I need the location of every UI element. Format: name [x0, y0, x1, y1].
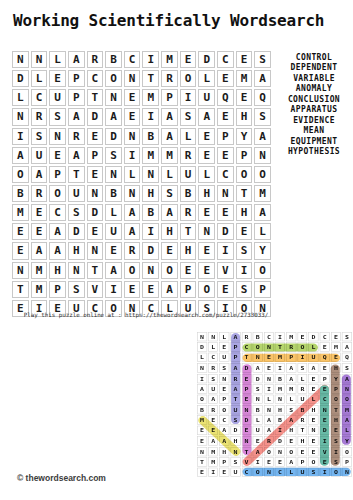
- grid-cell-r3c11: U: [198, 89, 215, 106]
- grid-cell-r3c10: I: [180, 89, 197, 106]
- grid-cell-r7c1: O: [197, 395, 207, 404]
- grid-cell-r9c12: E: [217, 204, 234, 221]
- grid-cell-r12c8: N: [142, 262, 159, 279]
- grid-cell-r11c1: E: [12, 242, 29, 259]
- grid-cell-r1c8: I: [275, 332, 285, 341]
- grid-cell-r1c6: B: [105, 51, 122, 68]
- grid-cell-r13c4: S: [68, 281, 85, 298]
- word-item-dependent: DEPENDENT: [277, 63, 351, 73]
- grid-cell-r3c7: E: [124, 89, 141, 106]
- grid-cell-r4c11: A: [309, 363, 319, 372]
- grid-cell-r5c13: Y: [236, 128, 253, 145]
- grid-cell-r10c5: E: [242, 426, 252, 435]
- grid-cell-r9c12: E: [320, 415, 330, 424]
- grid-cell-r11c4: H: [230, 436, 240, 445]
- grid-cell-r13c14: P: [254, 281, 271, 298]
- grid-cell-r4c6: A: [253, 363, 263, 372]
- grid-cell-r11c3: A: [219, 436, 229, 445]
- grid-cell-r9c8: B: [275, 415, 285, 424]
- grid-cell-r2c7: N: [124, 70, 141, 87]
- grid-cell-r10c1: E: [12, 223, 29, 240]
- grid-cell-r5c2: S: [31, 128, 48, 145]
- grid-cell-r8c6: B: [253, 405, 263, 414]
- grid-cell-r9c1: M: [197, 415, 207, 424]
- grid-cell-r13c2: M: [208, 457, 218, 466]
- grid-cell-r14c6: O: [253, 468, 263, 477]
- grid-cell-r3c14: Q: [254, 89, 271, 106]
- grid-cell-r5c9: A: [161, 128, 178, 145]
- grid-cell-r4c6: A: [105, 108, 122, 125]
- grid-cell-r9c11: E: [309, 415, 319, 424]
- grid-cell-r13c11: O: [309, 457, 319, 466]
- grid-cell-r4c8: I: [275, 363, 285, 372]
- grid-cell-r3c2: C: [31, 89, 48, 106]
- grid-cell-r10c7: A: [264, 426, 274, 435]
- grid-cell-r13c3: P: [49, 281, 66, 298]
- grid-cell-r1c6: B: [253, 332, 263, 341]
- grid-cell-r13c13: S: [236, 281, 253, 298]
- grid-cell-r13c6: I: [105, 281, 122, 298]
- grid-cell-r6c13: P: [236, 147, 253, 164]
- grid-cell-r3c14: Q: [342, 353, 352, 362]
- grid-cell-r13c13: S: [331, 457, 341, 466]
- grid-cell-r4c2: R: [31, 108, 48, 125]
- grid-cell-r4c9: A: [286, 363, 296, 372]
- grid-cell-r9c2: E: [31, 204, 48, 221]
- grid-cell-r4c13: H: [236, 108, 253, 125]
- grid-cell-r13c6: I: [253, 457, 263, 466]
- solution-thumbnail: NNLARBCIMEDCESDLEPCONTROLEMALCUPTNEMPIUQ…: [197, 332, 352, 477]
- grid-cell-r11c13: S: [331, 436, 341, 445]
- grid-cell-r11c7: R: [124, 242, 141, 259]
- grid-cell-r9c4: S: [230, 415, 240, 424]
- grid-cell-r1c2: N: [31, 51, 48, 68]
- grid-cell-r1c3: L: [219, 332, 229, 341]
- grid-cell-r6c5: P: [242, 384, 252, 393]
- grid-cell-r11c12: I: [217, 242, 234, 259]
- grid-cell-r7c7: L: [264, 395, 274, 404]
- grid-cell-r9c5: D: [87, 204, 104, 221]
- grid-cell-r12c14: O: [254, 262, 271, 279]
- grid-cell-r3c4: P: [68, 89, 85, 106]
- grid-cell-r1c11: D: [198, 51, 215, 68]
- grid-cell-r9c7: A: [124, 204, 141, 221]
- grid-cell-r5c8: B: [275, 374, 285, 383]
- grid-cell-r7c13: O: [331, 395, 341, 404]
- grid-cell-r8c11: H: [198, 185, 215, 202]
- grid-cell-r8c13: T: [331, 405, 341, 414]
- grid-cell-r1c14: S: [342, 332, 352, 341]
- grid-cell-r7c12: C: [320, 395, 330, 404]
- grid-cell-r10c8: I: [142, 223, 159, 240]
- grid-cell-r7c11: L: [309, 395, 319, 404]
- grid-cell-r1c2: N: [208, 332, 218, 341]
- grid-cell-r3c9: P: [286, 353, 296, 362]
- grid-cell-r13c4: S: [230, 457, 240, 466]
- grid-cell-r11c2: A: [208, 436, 218, 445]
- grid-cell-r9c9: A: [161, 204, 178, 221]
- grid-cell-r6c6: S: [105, 147, 122, 164]
- grid-cell-r14c13: O: [331, 468, 341, 477]
- grid-cell-r12c2: M: [208, 447, 218, 456]
- grid-cell-r2c9: R: [161, 70, 178, 87]
- word-item-variable: VARIABLE: [277, 74, 351, 84]
- grid-cell-r14c5: C: [242, 468, 252, 477]
- grid-cell-r3c1: L: [197, 353, 207, 362]
- grid-cell-r4c10: S: [297, 363, 307, 372]
- grid-cell-r12c11: E: [309, 447, 319, 456]
- grid-cell-r4c14: S: [254, 108, 271, 125]
- grid-cell-r11c12: I: [320, 436, 330, 445]
- grid-cell-r2c4: P: [230, 342, 240, 351]
- word-item-evidence: EVIDENCE: [277, 116, 351, 126]
- grid-cell-r13c9: A: [286, 457, 296, 466]
- grid-cell-r1c12: C: [320, 332, 330, 341]
- grid-cell-r5c8: B: [142, 128, 159, 145]
- grid-cell-r2c1: D: [197, 342, 207, 351]
- grid-cell-r2c13: M: [331, 342, 341, 351]
- grid-cell-r8c13: T: [236, 185, 253, 202]
- grid-cell-r5c4: R: [68, 128, 85, 145]
- grid-cell-r8c9: S: [286, 405, 296, 414]
- grid-cell-r1c11: D: [309, 332, 319, 341]
- grid-cell-r5c3: N: [49, 128, 66, 145]
- grid-cell-r14c11: S: [309, 468, 319, 477]
- grid-cell-r6c14: N: [342, 384, 352, 393]
- grid-cell-r7c1: O: [12, 166, 29, 183]
- grid-cell-r5c14: A: [342, 374, 352, 383]
- grid-cell-r9c8: B: [142, 204, 159, 221]
- grid-cell-r8c4: U: [230, 405, 240, 414]
- grid-cell-r14c9: L: [286, 468, 296, 477]
- grid-cell-r4c12: E: [217, 108, 234, 125]
- grid-cell-r9c2: E: [208, 415, 218, 424]
- grid-cell-r9c3: C: [49, 204, 66, 221]
- grid-cell-r3c8: M: [142, 89, 159, 106]
- grid-cell-r8c7: N: [264, 405, 274, 414]
- grid-cell-r3c9: P: [161, 89, 178, 106]
- grid-cell-r2c6: O: [253, 342, 263, 351]
- grid-cell-r6c13: P: [331, 384, 341, 393]
- grid-cell-r7c14: O: [254, 166, 271, 183]
- grid-cell-r1c10: E: [297, 332, 307, 341]
- grid-cell-r12c1: N: [197, 447, 207, 456]
- grid-cell-r1c13: E: [331, 332, 341, 341]
- grid-cell-r10c13: E: [236, 223, 253, 240]
- grid-cell-r9c6: L: [105, 204, 122, 221]
- grid-cell-r14c7: N: [264, 468, 274, 477]
- grid-cell-r4c5: D: [242, 363, 252, 372]
- grid-cell-r8c5: N: [87, 185, 104, 202]
- grid-cell-r2c10: O: [180, 70, 197, 87]
- grid-cell-r3c11: U: [309, 353, 319, 362]
- grid-cell-r11c7: R: [264, 436, 274, 445]
- grid-cell-r4c3: S: [49, 108, 66, 125]
- grid-cell-r11c6: E: [105, 242, 122, 259]
- grid-cell-r10c6: U: [253, 426, 263, 435]
- grid-cell-r4c8: I: [142, 108, 159, 125]
- grid-cell-r5c6: D: [253, 374, 263, 383]
- grid-cell-r9c9: A: [286, 415, 296, 424]
- grid-cell-r10c5: E: [87, 223, 104, 240]
- grid-cell-r6c4: A: [68, 147, 85, 164]
- grid-cell-r12c3: H: [49, 262, 66, 279]
- grid-cell-r8c3: O: [219, 405, 229, 414]
- grid-cell-r11c14: Y: [342, 436, 352, 445]
- grid-cell-r5c3: N: [219, 374, 229, 383]
- grid-cell-r1c12: C: [217, 51, 234, 68]
- grid-cell-r9c13: H: [331, 415, 341, 424]
- grid-cell-r3c5: T: [87, 89, 104, 106]
- grid-cell-r14c10: U: [297, 468, 307, 477]
- grid-cell-r3c12: Q: [320, 353, 330, 362]
- grid-cell-r7c3: P: [49, 166, 66, 183]
- grid-cell-r5c1: I: [197, 374, 207, 383]
- grid-cell-r2c3: E: [49, 70, 66, 87]
- grid-cell-r8c3: O: [49, 185, 66, 202]
- grid-cell-r7c6: N: [105, 166, 122, 183]
- grid-cell-r10c7: A: [124, 223, 141, 240]
- grid-cell-r6c3: E: [49, 147, 66, 164]
- grid-cell-r10c14: L: [342, 426, 352, 435]
- grid-cell-r14c8: C: [275, 468, 285, 477]
- grid-cell-r12c3: H: [219, 447, 229, 456]
- grid-cell-r10c6: U: [105, 223, 122, 240]
- grid-cell-r11c3: A: [49, 242, 66, 259]
- grid-cell-r6c2: U: [208, 384, 218, 393]
- grid-cell-r12c7: O: [124, 262, 141, 279]
- grid-cell-r5c5: E: [242, 374, 252, 383]
- grid-cell-r7c13: O: [236, 166, 253, 183]
- grid-cell-r8c12: N: [320, 405, 330, 414]
- grid-cell-r4c4: A: [68, 108, 85, 125]
- grid-cell-r11c8: D: [142, 242, 159, 259]
- grid-cell-r10c13: E: [331, 426, 341, 435]
- grid-cell-r13c9: A: [161, 281, 178, 298]
- grid-cell-r8c8: H: [275, 405, 285, 414]
- page-title: Working Scientifically Wordsearch: [13, 11, 324, 30]
- grid-cell-r7c9: L: [161, 166, 178, 183]
- grid-cell-r6c9: M: [161, 147, 178, 164]
- grid-cell-r3c3: U: [49, 89, 66, 106]
- grid-cell-r1c7: C: [264, 332, 274, 341]
- grid-cell-r6c9: M: [286, 384, 296, 393]
- puzzle-link[interactable]: Play this puzzle online at : https://the…: [12, 312, 280, 318]
- grid-cell-r7c10: U: [297, 395, 307, 404]
- grid-cell-r1c9: M: [286, 332, 296, 341]
- grid-cell-r1c13: E: [236, 51, 253, 68]
- grid-cell-r12c6: A: [253, 447, 263, 456]
- grid-cell-r1c1: N: [197, 332, 207, 341]
- grid-cell-r14c4: U: [230, 468, 240, 477]
- grid-cell-r2c5: C: [242, 342, 252, 351]
- grid-cell-r13c7: E: [124, 281, 141, 298]
- copyright-text: © thewordsearch.com: [17, 473, 106, 483]
- grid-cell-r3c13: E: [236, 89, 253, 106]
- grid-cell-r3c12: Q: [217, 89, 234, 106]
- word-item-conclusion: CONCLUSION: [277, 95, 351, 105]
- grid-cell-r7c6: N: [253, 395, 263, 404]
- grid-cell-r12c10: E: [297, 447, 307, 456]
- grid-cell-r5c10: L: [180, 128, 197, 145]
- grid-cell-r10c2: E: [31, 223, 48, 240]
- grid-cell-r4c14: S: [342, 363, 352, 372]
- grid-cell-r12c12: V: [217, 262, 234, 279]
- grid-cell-r4c10: S: [180, 108, 197, 125]
- grid-cell-r2c6: O: [105, 70, 122, 87]
- grid-cell-r11c10: H: [180, 242, 197, 259]
- grid-cell-r3c2: C: [208, 353, 218, 362]
- grid-cell-r10c10: T: [297, 426, 307, 435]
- grid-cell-r3c5: T: [242, 353, 252, 362]
- grid-cell-r2c12: E: [217, 70, 234, 87]
- grid-cell-r7c10: U: [180, 166, 197, 183]
- grid-cell-r4c12: E: [320, 363, 330, 372]
- grid-cell-r1c4: A: [230, 332, 240, 341]
- grid-cell-r5c12: P: [320, 374, 330, 383]
- grid-cell-r3c7: E: [264, 353, 274, 362]
- grid-cell-r14c1: E: [197, 468, 207, 477]
- grid-cell-r11c4: H: [68, 242, 85, 259]
- grid-cell-r12c12: V: [320, 447, 330, 456]
- grid-cell-r13c2: M: [31, 281, 48, 298]
- grid-cell-r4c2: R: [208, 363, 218, 372]
- grid-cell-r9c7: A: [264, 415, 274, 424]
- grid-cell-r6c4: A: [230, 384, 240, 393]
- grid-cell-r3c1: L: [12, 89, 29, 106]
- grid-cell-r4c3: S: [219, 363, 229, 372]
- grid-cell-r1c10: E: [180, 51, 197, 68]
- grid-cell-r8c2: R: [208, 405, 218, 414]
- grid-cell-r2c5: C: [87, 70, 104, 87]
- grid-cell-r2c7: N: [264, 342, 274, 351]
- grid-cell-r4c4: A: [230, 363, 240, 372]
- grid-cell-r4c11: A: [198, 108, 215, 125]
- grid-cell-r12c11: E: [198, 262, 215, 279]
- grid-cell-r10c11: N: [309, 426, 319, 435]
- grid-cell-r10c8: I: [275, 426, 285, 435]
- grid-cell-r1c7: C: [124, 51, 141, 68]
- grid-cell-r7c2: A: [31, 166, 48, 183]
- grid-cell-r2c3: E: [219, 342, 229, 351]
- grid-cell-r13c10: P: [297, 457, 307, 466]
- grid-cell-r1c9: M: [161, 51, 178, 68]
- grid-cell-r5c13: Y: [331, 374, 341, 383]
- grid-cell-r6c10: R: [297, 384, 307, 393]
- grid-cell-r8c1: B: [12, 185, 29, 202]
- grid-cell-r6c3: E: [219, 384, 229, 393]
- grid-cell-r12c5: T: [242, 447, 252, 456]
- grid-cell-r8c5: N: [242, 405, 252, 414]
- grid-cell-r5c1: I: [12, 128, 29, 145]
- grid-cell-r2c14: A: [254, 70, 271, 87]
- grid-cell-r13c12: E: [217, 281, 234, 298]
- wordsearch-page: Working Scientifically Wordsearch NNLARB…: [0, 0, 353, 500]
- grid-cell-r7c8: N: [275, 395, 285, 404]
- grid-cell-r5c11: E: [309, 374, 319, 383]
- grid-cell-r6c12: E: [217, 147, 234, 164]
- grid-cell-r1c14: S: [254, 51, 271, 68]
- word-item-apparatus: APPARATUS: [277, 105, 351, 115]
- grid-cell-r5c7: N: [264, 374, 274, 383]
- grid-cell-r5c14: A: [254, 128, 271, 145]
- grid-cell-r9c14: A: [342, 415, 352, 424]
- grid-cell-r5c9: A: [286, 374, 296, 383]
- grid-cell-r9c11: E: [198, 204, 215, 221]
- grid-cell-r1c1: N: [12, 51, 29, 68]
- grid-cell-r13c14: P: [342, 457, 352, 466]
- grid-cell-r2c9: R: [286, 342, 296, 351]
- grid-cell-r8c14: M: [254, 185, 271, 202]
- grid-cell-r12c8: N: [275, 447, 285, 456]
- grid-cell-r10c11: N: [198, 223, 215, 240]
- grid-cell-r6c1: A: [197, 384, 207, 393]
- grid-cell-r13c11: O: [198, 281, 215, 298]
- grid-cell-r4c7: E: [124, 108, 141, 125]
- grid-cell-r8c7: N: [124, 185, 141, 202]
- grid-cell-r5c6: D: [105, 128, 122, 145]
- grid-cell-r2c2: L: [208, 342, 218, 351]
- grid-cell-r9c5: D: [242, 415, 252, 424]
- grid-cell-r12c4: N: [230, 447, 240, 456]
- grid-cell-r13c5: V: [242, 457, 252, 466]
- grid-cell-r12c4: N: [68, 262, 85, 279]
- grid-cell-r6c12: E: [320, 384, 330, 393]
- grid-cell-r11c6: E: [253, 436, 263, 445]
- grid-cell-r11c10: H: [297, 436, 307, 445]
- grid-cell-r6c7: I: [264, 384, 274, 393]
- grid-cell-r8c4: U: [68, 185, 85, 202]
- grid-cell-r11c11: E: [198, 242, 215, 259]
- grid-cell-r9c4: S: [68, 204, 85, 221]
- grid-cell-r11c5: N: [87, 242, 104, 259]
- grid-cell-r11c14: Y: [254, 242, 271, 259]
- grid-cell-r8c10: B: [180, 185, 197, 202]
- grid-cell-r9c6: L: [253, 415, 263, 424]
- grid-cell-r11c8: D: [275, 436, 285, 445]
- grid-cell-r4c5: D: [87, 108, 104, 125]
- grid-cell-r7c9: L: [286, 395, 296, 404]
- grid-cell-r1c8: I: [142, 51, 159, 68]
- grid-cell-r2c10: O: [297, 342, 307, 351]
- word-list: CONTROLDEPENDENTVARIABLEANOMALYCONCLUSIO…: [277, 53, 351, 158]
- grid-cell-r13c1: T: [12, 281, 29, 298]
- grid-cell-r8c9: S: [161, 185, 178, 202]
- grid-cell-r8c11: H: [309, 405, 319, 414]
- grid-cell-r6c11: E: [198, 147, 215, 164]
- grid-cell-r12c7: O: [264, 447, 274, 456]
- word-item-control: CONTROL: [277, 53, 351, 63]
- grid-cell-r1c5: R: [87, 51, 104, 68]
- grid-cell-r8c2: R: [31, 185, 48, 202]
- grid-cell-r7c14: O: [342, 395, 352, 404]
- grid-cell-r2c8: T: [275, 342, 285, 351]
- grid-cell-r2c4: P: [68, 70, 85, 87]
- grid-cell-r3c4: P: [230, 353, 240, 362]
- grid-cell-r3c6: N: [253, 353, 263, 362]
- wordsearch-grid: NNLARBCIMEDCESDLEPCONTROLEMALCUPTNEMPIUQ…: [12, 51, 271, 317]
- grid-cell-r12c9: O: [286, 447, 296, 456]
- grid-cell-r3c3: U: [219, 353, 229, 362]
- grid-cell-r12c5: T: [87, 262, 104, 279]
- grid-cell-r7c5: E: [242, 395, 252, 404]
- grid-cell-r9c14: A: [254, 204, 271, 221]
- grid-cell-r8c12: N: [217, 185, 234, 202]
- grid-cell-r3c13: E: [331, 353, 341, 362]
- grid-cell-r4c13: H: [331, 363, 341, 372]
- grid-cell-r13c8: E: [275, 457, 285, 466]
- grid-cell-r8c14: M: [342, 405, 352, 414]
